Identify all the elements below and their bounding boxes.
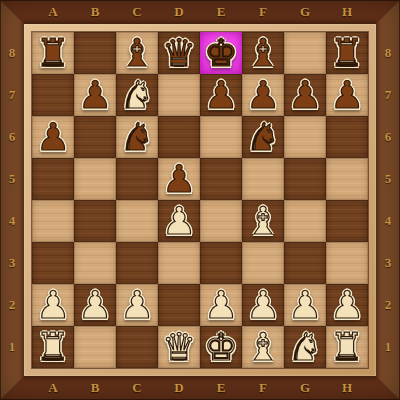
black-king-e8[interactable]: ♚ <box>204 34 238 72</box>
square-d8[interactable]: ♛ <box>158 32 200 74</box>
square-a4[interactable] <box>32 200 74 242</box>
white-pawn-b2[interactable]: ♟ <box>78 286 112 324</box>
square-e8[interactable]: ♚ <box>200 32 242 74</box>
square-b4[interactable] <box>74 200 116 242</box>
square-c2[interactable]: ♟ <box>116 284 158 326</box>
square-h2[interactable]: ♟ <box>326 284 368 326</box>
white-pawn-d4[interactable]: ♟ <box>162 202 196 240</box>
white-king-e1[interactable]: ♚ <box>204 328 238 366</box>
white-pawn-e2[interactable]: ♟ <box>204 286 238 324</box>
square-c6[interactable]: ♞ <box>116 116 158 158</box>
square-e7[interactable]: ♟ <box>200 74 242 116</box>
black-knight-f6[interactable]: ♞ <box>246 118 280 156</box>
black-pawn-d5[interactable]: ♟ <box>162 160 196 198</box>
square-d4[interactable]: ♟ <box>158 200 200 242</box>
square-g1[interactable]: ♞ <box>284 326 326 368</box>
black-rook-h8[interactable]: ♜ <box>330 34 364 72</box>
square-h5[interactable] <box>326 158 368 200</box>
black-pawn-a6[interactable]: ♟ <box>36 118 70 156</box>
square-h8[interactable]: ♜ <box>326 32 368 74</box>
square-e6[interactable] <box>200 116 242 158</box>
square-f7[interactable]: ♟ <box>242 74 284 116</box>
square-c3[interactable] <box>116 242 158 284</box>
white-pawn-f2[interactable]: ♟ <box>246 286 280 324</box>
black-rook-a8[interactable]: ♜ <box>36 34 70 72</box>
square-b3[interactable] <box>74 242 116 284</box>
square-a1[interactable]: ♜ <box>32 326 74 368</box>
square-a6[interactable]: ♟ <box>32 116 74 158</box>
square-b7[interactable]: ♟ <box>74 74 116 116</box>
square-a7[interactable] <box>32 74 74 116</box>
square-h6[interactable] <box>326 116 368 158</box>
black-pawn-g7[interactable]: ♟ <box>288 76 322 114</box>
square-c7[interactable]: ♞ <box>116 74 158 116</box>
square-f1[interactable]: ♝ <box>242 326 284 368</box>
square-e5[interactable] <box>200 158 242 200</box>
square-d7[interactable] <box>158 74 200 116</box>
white-pawn-a2[interactable]: ♟ <box>36 286 70 324</box>
square-g7[interactable]: ♟ <box>284 74 326 116</box>
square-c1[interactable] <box>116 326 158 368</box>
black-knight-c6[interactable]: ♞ <box>120 118 154 156</box>
square-f2[interactable]: ♟ <box>242 284 284 326</box>
square-e1[interactable]: ♚ <box>200 326 242 368</box>
black-pawn-e7[interactable]: ♟ <box>204 76 238 114</box>
white-pawn-g2[interactable]: ♟ <box>288 286 322 324</box>
black-bishop-c8[interactable]: ♝ <box>120 34 154 72</box>
square-g4[interactable] <box>284 200 326 242</box>
chess-board[interactable]: ♜♝♛♚♝♜♟♞♟♟♟♟♟♞♞♟♟♝♟♟♟♟♟♟♟♜♛♚♝♞♜ <box>32 32 368 368</box>
square-c4[interactable] <box>116 200 158 242</box>
square-b8[interactable] <box>74 32 116 74</box>
square-c8[interactable]: ♝ <box>116 32 158 74</box>
square-f8[interactable]: ♝ <box>242 32 284 74</box>
square-g6[interactable] <box>284 116 326 158</box>
black-pawn-f7[interactable]: ♟ <box>246 76 280 114</box>
square-f4[interactable]: ♝ <box>242 200 284 242</box>
square-h1[interactable]: ♜ <box>326 326 368 368</box>
square-f5[interactable] <box>242 158 284 200</box>
square-h3[interactable] <box>326 242 368 284</box>
white-knight-c7[interactable]: ♞ <box>120 76 154 114</box>
black-pawn-b7[interactable]: ♟ <box>78 76 112 114</box>
square-d6[interactable] <box>158 116 200 158</box>
square-g8[interactable] <box>284 32 326 74</box>
square-g5[interactable] <box>284 158 326 200</box>
white-knight-g1[interactable]: ♞ <box>288 328 322 366</box>
chess-app-window: ABCDEFGH ABCDEFGH 87654321 87654321 ♜♝♛♚… <box>0 0 400 400</box>
square-g3[interactable] <box>284 242 326 284</box>
white-rook-a1[interactable]: ♜ <box>36 328 70 366</box>
square-a3[interactable] <box>32 242 74 284</box>
square-g2[interactable]: ♟ <box>284 284 326 326</box>
square-f6[interactable]: ♞ <box>242 116 284 158</box>
square-b6[interactable] <box>74 116 116 158</box>
white-rook-h1[interactable]: ♜ <box>330 328 364 366</box>
white-queen-d1[interactable]: ♛ <box>162 328 196 366</box>
square-d1[interactable]: ♛ <box>158 326 200 368</box>
square-d3[interactable] <box>158 242 200 284</box>
square-e4[interactable] <box>200 200 242 242</box>
black-bishop-f8[interactable]: ♝ <box>246 34 280 72</box>
white-pawn-h2[interactable]: ♟ <box>330 286 364 324</box>
black-queen-d8[interactable]: ♛ <box>162 34 196 72</box>
white-bishop-f4[interactable]: ♝ <box>246 202 280 240</box>
square-a8[interactable]: ♜ <box>32 32 74 74</box>
square-b1[interactable] <box>74 326 116 368</box>
square-a5[interactable] <box>32 158 74 200</box>
square-d5[interactable]: ♟ <box>158 158 200 200</box>
white-pawn-c2[interactable]: ♟ <box>120 286 154 324</box>
square-h4[interactable] <box>326 200 368 242</box>
square-a2[interactable]: ♟ <box>32 284 74 326</box>
white-bishop-f1[interactable]: ♝ <box>246 328 280 366</box>
square-b5[interactable] <box>74 158 116 200</box>
square-b2[interactable]: ♟ <box>74 284 116 326</box>
square-e2[interactable]: ♟ <box>200 284 242 326</box>
square-c5[interactable] <box>116 158 158 200</box>
square-e3[interactable] <box>200 242 242 284</box>
square-d2[interactable] <box>158 284 200 326</box>
black-pawn-h7[interactable]: ♟ <box>330 76 364 114</box>
square-h7[interactable]: ♟ <box>326 74 368 116</box>
square-f3[interactable] <box>242 242 284 284</box>
